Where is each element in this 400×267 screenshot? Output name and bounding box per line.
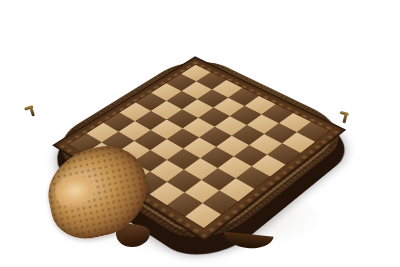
chess-set-photo: ♜♞♝♛♚♝♞♜♟♟♟♟♟♟♟♟♟♟♟♟♟♟♟♟♜♞♝♛♚♝♞♜ — [0, 0, 400, 267]
black-pawn-glyph: ♟ — [283, 107, 308, 146]
latch-hook — [342, 113, 347, 123]
latch-hook — [29, 106, 35, 116]
white-rook-glyph: ♜ — [184, 172, 214, 219]
ornament-highlight — [53, 172, 98, 210]
